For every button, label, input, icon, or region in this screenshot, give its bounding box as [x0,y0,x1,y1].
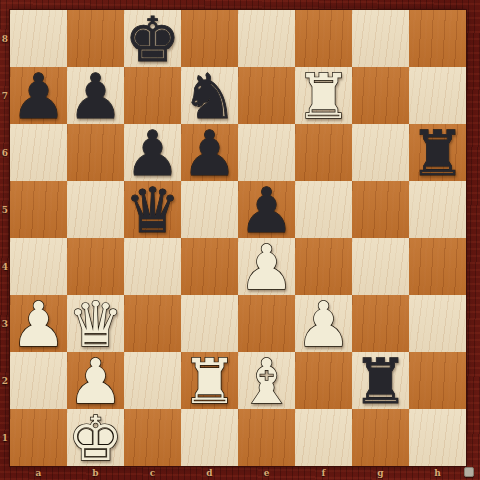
square-d7[interactable]: ♞ [181,67,238,124]
square-h8[interactable] [409,10,466,67]
square-c8[interactable]: ♚ [124,10,181,67]
square-e7[interactable] [238,67,295,124]
piece-black-pawn[interactable]: ♟ [182,123,238,185]
square-f4[interactable] [295,238,352,295]
square-b7[interactable]: ♟ [67,67,124,124]
file-label-c: c [124,466,181,480]
rank-label-4: 4 [0,238,10,295]
square-h4[interactable] [409,238,466,295]
square-e3[interactable] [238,295,295,352]
piece-black-queen[interactable]: ♛ [125,180,181,242]
piece-black-pawn[interactable]: ♟ [11,66,67,128]
square-b6[interactable] [67,124,124,181]
rank-label-2: 2 [0,352,10,409]
square-g1[interactable] [352,409,409,466]
square-a1[interactable] [10,409,67,466]
square-e4[interactable]: ♟ [238,238,295,295]
file-label-b: b [67,466,124,480]
square-h3[interactable] [409,295,466,352]
square-h2[interactable] [409,352,466,409]
square-a3[interactable]: ♟ [10,295,67,352]
square-b8[interactable] [67,10,124,67]
square-e1[interactable] [238,409,295,466]
square-g5[interactable] [352,181,409,238]
square-g4[interactable] [352,238,409,295]
square-h7[interactable] [409,67,466,124]
square-d3[interactable] [181,295,238,352]
square-d8[interactable] [181,10,238,67]
piece-white-rook[interactable]: ♜ [182,351,238,413]
square-c1[interactable] [124,409,181,466]
square-g7[interactable] [352,67,409,124]
square-d5[interactable] [181,181,238,238]
chessboard-window: ♚♟♟♞♜♟♟♜♛♟♟♟♛♟♟♜♝♜♚ 87654321 abcdefgh [0,0,480,480]
file-label-h: h [409,466,466,480]
square-c5[interactable]: ♛ [124,181,181,238]
file-label-e: e [238,466,295,480]
rank-label-3: 3 [0,295,10,352]
square-f2[interactable] [295,352,352,409]
square-a5[interactable] [10,181,67,238]
corner-marker [464,467,474,477]
square-c3[interactable] [124,295,181,352]
square-c7[interactable] [124,67,181,124]
square-b3[interactable]: ♛ [67,295,124,352]
square-c2[interactable] [124,352,181,409]
square-c4[interactable] [124,238,181,295]
square-a7[interactable]: ♟ [10,67,67,124]
square-h6[interactable]: ♜ [409,124,466,181]
square-a8[interactable] [10,10,67,67]
rank-label-8: 8 [0,10,10,67]
square-d4[interactable] [181,238,238,295]
square-c6[interactable]: ♟ [124,124,181,181]
square-d1[interactable] [181,409,238,466]
square-a4[interactable] [10,238,67,295]
rank-label-5: 5 [0,181,10,238]
piece-white-bishop[interactable]: ♝ [239,351,295,413]
square-g8[interactable] [352,10,409,67]
square-h1[interactable] [409,409,466,466]
square-e2[interactable]: ♝ [238,352,295,409]
square-f5[interactable] [295,181,352,238]
piece-white-pawn[interactable]: ♟ [239,237,295,299]
square-b5[interactable] [67,181,124,238]
square-g6[interactable] [352,124,409,181]
square-b1[interactable]: ♚ [67,409,124,466]
piece-black-rook[interactable]: ♜ [410,123,466,185]
square-e8[interactable] [238,10,295,67]
square-g2[interactable]: ♜ [352,352,409,409]
square-f3[interactable]: ♟ [295,295,352,352]
square-g3[interactable] [352,295,409,352]
piece-white-rook[interactable]: ♜ [296,66,352,128]
file-label-a: a [10,466,67,480]
piece-black-king[interactable]: ♚ [125,9,181,71]
square-a2[interactable] [10,352,67,409]
square-h5[interactable] [409,181,466,238]
square-f6[interactable] [295,124,352,181]
rank-label-1: 1 [0,409,10,466]
square-a6[interactable] [10,124,67,181]
square-f1[interactable] [295,409,352,466]
square-b2[interactable]: ♟ [67,352,124,409]
rank-label-7: 7 [0,67,10,124]
file-label-f: f [295,466,352,480]
piece-white-pawn[interactable]: ♟ [11,294,67,356]
piece-white-pawn[interactable]: ♟ [296,294,352,356]
piece-black-rook[interactable]: ♜ [353,351,409,413]
board-grid: ♚♟♟♞♜♟♟♜♛♟♟♟♛♟♟♜♝♜♚ [10,10,466,466]
piece-black-pawn[interactable]: ♟ [68,66,124,128]
square-e5[interactable]: ♟ [238,181,295,238]
square-e6[interactable] [238,124,295,181]
file-label-d: d [181,466,238,480]
piece-white-king[interactable]: ♚ [68,408,124,470]
square-d2[interactable]: ♜ [181,352,238,409]
square-f8[interactable] [295,10,352,67]
rank-label-6: 6 [0,124,10,181]
square-f7[interactable]: ♜ [295,67,352,124]
square-d6[interactable]: ♟ [181,124,238,181]
file-label-g: g [352,466,409,480]
square-b4[interactable] [67,238,124,295]
